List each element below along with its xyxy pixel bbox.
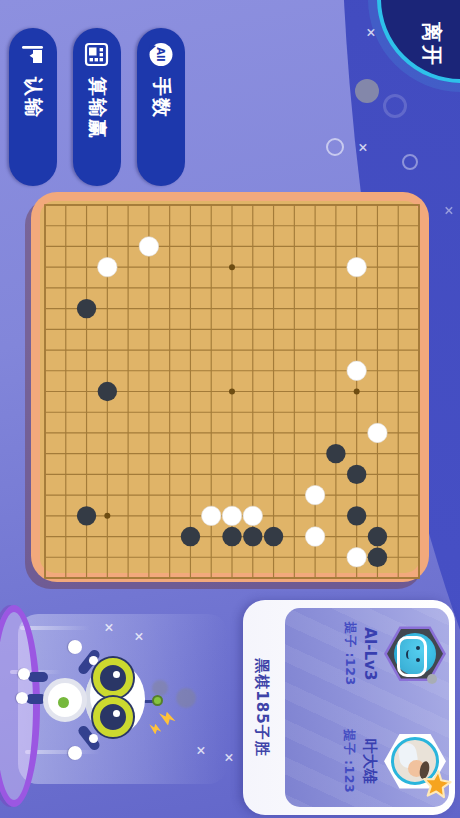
svg-text:All: All bbox=[156, 47, 167, 62]
player-human-name: 叶大雄 bbox=[360, 714, 379, 808]
white-stone bbox=[139, 237, 158, 256]
black-stone bbox=[264, 527, 283, 546]
x-mark-decoration: × bbox=[103, 622, 116, 633]
resign-label: 认输 bbox=[20, 77, 46, 119]
ring-decoration bbox=[402, 154, 418, 170]
count-result-label: 算输赢 bbox=[84, 77, 110, 140]
robot-goggle-eye bbox=[93, 658, 133, 698]
robot-ear bbox=[427, 674, 437, 684]
landscape-stage: × × × 离开 All 手数 bbox=[0, 0, 460, 818]
move-count-button[interactable]: All 手数 bbox=[137, 28, 185, 186]
go-board[interactable] bbox=[31, 192, 429, 582]
robot-foot bbox=[16, 692, 28, 704]
robot-mascot-scene: × × × × bbox=[0, 600, 242, 818]
robot-goggle-eye bbox=[93, 697, 133, 737]
robot-hand bbox=[68, 640, 82, 654]
toolbar: All 手数 算输赢 bbox=[0, 28, 185, 186]
players-row: AI-Lv3 提子 :123 bbox=[243, 600, 455, 815]
x-mark-decoration: × bbox=[365, 27, 378, 38]
white-stone bbox=[305, 527, 324, 546]
player-ai-name: AI-Lv3 bbox=[361, 607, 379, 701]
go-board-grid bbox=[34, 194, 430, 589]
ring-decoration bbox=[326, 138, 344, 156]
robot-lower-face bbox=[43, 678, 87, 722]
player-human-captures: 提子 :123 bbox=[340, 714, 357, 808]
robot-hand bbox=[68, 746, 82, 760]
dot-decoration bbox=[355, 79, 379, 103]
star-point bbox=[104, 513, 110, 519]
player-card: AI-Lv3 提子 :123 bbox=[243, 600, 455, 815]
white-stone bbox=[368, 423, 387, 442]
white-stone bbox=[305, 485, 324, 504]
count-result-button[interactable]: 算输赢 bbox=[73, 28, 121, 186]
baby-photo-avatar bbox=[384, 730, 446, 792]
x-mark-decoration: × bbox=[223, 752, 236, 763]
white-stone bbox=[243, 506, 262, 525]
robot-avatar bbox=[384, 623, 446, 685]
white-stone bbox=[202, 506, 221, 525]
robot-leg bbox=[28, 672, 48, 682]
robot-foot bbox=[18, 668, 30, 680]
result-text: 黑棋185子胜 bbox=[252, 600, 271, 815]
x-mark-decoration: × bbox=[133, 631, 146, 642]
black-stone bbox=[347, 465, 366, 484]
player-ai: AI-Lv3 提子 :123 bbox=[243, 607, 446, 701]
x-mark-decoration: × bbox=[443, 205, 456, 216]
star-badge-icon bbox=[418, 766, 456, 804]
black-stone bbox=[368, 548, 387, 567]
surrender-flag-icon bbox=[20, 41, 47, 68]
white-stone bbox=[347, 548, 366, 567]
black-stone bbox=[347, 506, 366, 525]
robot-antenna-ball bbox=[152, 695, 163, 706]
black-stone bbox=[243, 527, 262, 546]
black-stone bbox=[98, 382, 117, 401]
player-ai-captures: 提子 :123 bbox=[341, 607, 358, 701]
move-count-label: 手数 bbox=[148, 77, 174, 119]
leave-button-label: 离开 bbox=[418, 22, 445, 68]
white-stone bbox=[98, 257, 117, 276]
black-stone bbox=[222, 527, 241, 546]
black-stone bbox=[77, 299, 96, 318]
black-stone bbox=[368, 527, 387, 546]
x-mark-decoration: × bbox=[357, 142, 370, 153]
black-stone bbox=[77, 506, 96, 525]
count-grid-icon bbox=[84, 41, 111, 68]
black-stone bbox=[181, 527, 200, 546]
app-screen: × × × 离开 All 手数 bbox=[0, 0, 460, 818]
star-point bbox=[354, 389, 360, 395]
resign-button[interactable]: 认输 bbox=[9, 28, 57, 186]
white-stone bbox=[347, 257, 366, 276]
white-stone bbox=[347, 361, 366, 380]
star-point bbox=[229, 264, 235, 270]
all-moves-icon: All bbox=[148, 41, 175, 68]
black-stone bbox=[326, 444, 345, 463]
x-mark-decoration: × bbox=[195, 745, 208, 756]
star-point bbox=[229, 389, 235, 395]
player-human: 叶大雄 提子 :123 bbox=[243, 714, 446, 808]
white-stone bbox=[222, 506, 241, 525]
ring-decoration bbox=[383, 94, 407, 118]
